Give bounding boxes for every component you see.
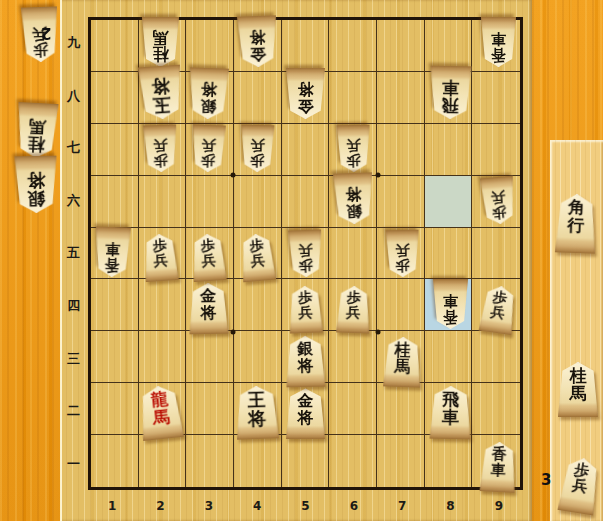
piece-face: 歩兵 — [385, 229, 419, 277]
square-4四[interactable] — [234, 279, 282, 331]
piece-gote-龍馬-2二[interactable]: 龍馬 — [138, 384, 184, 436]
piece-sente-歩兵-6七[interactable]: 歩兵 — [337, 128, 371, 172]
piece-face: 金将 — [189, 283, 229, 335]
piece-face: 香車 — [94, 226, 131, 277]
square-6九[interactable] — [329, 20, 377, 72]
square-4一[interactable] — [234, 435, 282, 487]
square-4八[interactable] — [234, 72, 282, 124]
square-8五[interactable] — [425, 228, 473, 280]
star-point — [376, 172, 381, 177]
piece-face: 香車 — [480, 441, 518, 493]
square-9二[interactable] — [472, 383, 520, 435]
piece-gote-歩兵-9四[interactable]: 歩兵 — [479, 284, 518, 331]
piece-face: 飛車 — [429, 386, 471, 440]
piece-sente-香車-9九[interactable]: 香車 — [481, 22, 516, 67]
square-4三[interactable] — [234, 331, 282, 383]
piece-gote-香車-9一[interactable]: 香車 — [480, 441, 517, 488]
square-1九[interactable] — [91, 20, 139, 72]
square-1二[interactable] — [91, 383, 139, 435]
square-6一[interactable] — [329, 435, 377, 487]
file-label-2: 2 — [136, 493, 184, 519]
piece-gote-銀将-5三[interactable]: 銀将 — [286, 336, 326, 383]
piece-face: 玉将 — [138, 65, 184, 121]
rank-label-五: 五 — [60, 227, 87, 280]
square-3九[interactable] — [186, 20, 234, 72]
piece-face: 歩兵 — [192, 124, 227, 172]
piece-face: 歩兵 — [240, 124, 274, 172]
square-3六[interactable] — [186, 176, 234, 228]
hand-gote-歩兵[interactable]: 歩兵 — [558, 455, 601, 510]
piece-gote-金将-5二[interactable]: 金将 — [286, 388, 325, 434]
piece-face: 金将 — [286, 388, 325, 439]
piece-gote-金将-3四[interactable]: 金将 — [189, 283, 229, 330]
rank-label-八: 八 — [60, 70, 87, 123]
piece-face: 桂馬 — [16, 102, 59, 159]
square-6二[interactable] — [329, 383, 377, 435]
square-7九[interactable] — [377, 20, 425, 72]
square-8九[interactable] — [425, 20, 473, 72]
square-1六[interactable] — [91, 176, 139, 228]
square-7四[interactable] — [377, 279, 425, 331]
piece-sente-玉将-2八[interactable]: 玉将 — [138, 70, 183, 121]
hand-count-sente-pawn: 2 — [41, 24, 51, 42]
piece-face: 歩兵 — [479, 284, 518, 335]
hand-gote-桂馬[interactable]: 桂馬 — [558, 362, 598, 412]
square-7七[interactable] — [377, 124, 425, 176]
piece-face: 歩兵 — [191, 233, 227, 282]
square-2一[interactable] — [139, 435, 187, 487]
piece-gote-歩兵-6四[interactable]: 歩兵 — [337, 286, 371, 330]
square-1四[interactable] — [91, 279, 139, 331]
square-7二[interactable] — [377, 383, 425, 435]
piece-sente-歩兵-4七[interactable]: 歩兵 — [240, 128, 274, 172]
square-7八[interactable] — [377, 72, 425, 124]
piece-face: 桂馬 — [142, 17, 179, 67]
piece-sente-金将-4九[interactable]: 金将 — [237, 20, 278, 67]
piece-sente-銀将-6六[interactable]: 銀将 — [334, 178, 375, 225]
square-9五[interactable] — [472, 228, 520, 280]
square-7一[interactable] — [377, 435, 425, 487]
piece-sente-歩兵-9六[interactable]: 歩兵 — [481, 180, 518, 226]
piece-face: 金将 — [237, 15, 278, 67]
piece-sente-香車-1五[interactable]: 香車 — [94, 231, 131, 277]
piece-gote-王将-4二[interactable]: 王将 — [235, 386, 279, 435]
square-2六[interactable] — [139, 176, 187, 228]
piece-face: 歩兵 — [336, 286, 371, 334]
piece-face: 飛車 — [430, 66, 472, 120]
piece-face: 王将 — [235, 386, 279, 440]
square-6五[interactable] — [329, 228, 377, 280]
piece-sente-香車-8四[interactable]: 香車 — [433, 284, 468, 329]
piece-sente-桂馬-2九[interactable]: 桂馬 — [142, 22, 179, 67]
square-1一[interactable] — [91, 435, 139, 487]
square-1七[interactable] — [91, 124, 139, 176]
square-6三[interactable] — [329, 331, 377, 383]
square-4六[interactable] — [234, 176, 282, 228]
square-1三[interactable] — [91, 331, 139, 383]
piece-gote-桂馬-7三[interactable]: 桂馬 — [383, 336, 422, 382]
piece-face: 歩兵 — [143, 233, 179, 282]
piece-sente-銀将-3八[interactable]: 銀将 — [189, 72, 230, 119]
piece-face: 香車 — [481, 17, 516, 67]
hand-sente-歩兵[interactable]: 歩兵 — [21, 11, 59, 62]
file-label-3: 3 — [185, 493, 233, 519]
piece-face: 歩兵 — [480, 176, 517, 226]
square-6八[interactable] — [329, 72, 377, 124]
rank-label-七: 七 — [60, 122, 87, 175]
piece-sente-金将-5八[interactable]: 金将 — [286, 73, 325, 119]
hand-sente-桂馬[interactable]: 桂馬 — [16, 107, 59, 159]
square-1八[interactable] — [91, 72, 139, 124]
file-label-5: 5 — [281, 493, 329, 519]
rank-label-三: 三 — [60, 332, 87, 385]
square-5一[interactable] — [282, 435, 330, 487]
square-3三[interactable] — [186, 331, 234, 383]
piece-sente-歩兵-3七[interactable]: 歩兵 — [192, 128, 226, 172]
piece-face: 歩兵 — [21, 6, 59, 62]
piece-gote-歩兵-2五[interactable]: 歩兵 — [143, 233, 179, 278]
file-label-1: 1 — [88, 493, 136, 519]
square-2四[interactable] — [139, 279, 187, 331]
piece-face: 歩兵 — [337, 124, 371, 172]
square-9七[interactable] — [472, 124, 520, 176]
piece-face: 銀将 — [333, 173, 374, 225]
piece-face: 歩兵 — [239, 232, 276, 282]
piece-sente-歩兵-5五[interactable]: 歩兵 — [288, 233, 322, 277]
square-5九[interactable] — [282, 20, 330, 72]
rank-label-二: 二 — [60, 385, 87, 438]
piece-gote-歩兵-4五[interactable]: 歩兵 — [239, 232, 276, 278]
file-label-7: 7 — [378, 493, 426, 519]
piece-face: 金将 — [286, 68, 325, 119]
hand-count-gote-pawn: 3 — [541, 471, 551, 489]
square-7六[interactable] — [377, 176, 425, 228]
piece-face: 歩兵 — [143, 124, 178, 172]
piece-sente-歩兵-7五[interactable]: 歩兵 — [385, 233, 419, 277]
rank-label-九: 九 — [60, 17, 87, 70]
shogi-app: 九八七六五四三二一123456789香車桂馬金将玉将銀将金将飛車歩兵歩兵歩兵歩兵… — [0, 0, 603, 521]
file-label-4: 4 — [233, 493, 281, 519]
star-point — [231, 330, 236, 335]
star-point — [231, 172, 236, 177]
rank-label-一: 一 — [60, 437, 87, 490]
file-label-9: 9 — [475, 493, 523, 519]
square-5六[interactable] — [282, 176, 330, 228]
hand-gote-角行[interactable]: 角行 — [555, 193, 597, 248]
piece-face: 香車 — [433, 279, 468, 329]
piece-sente-飛車-8八[interactable]: 飛車 — [430, 71, 472, 120]
square-9三[interactable] — [472, 331, 520, 383]
piece-gote-歩兵-3五[interactable]: 歩兵 — [191, 233, 227, 278]
file-label-6: 6 — [330, 493, 378, 519]
piece-gote-飛車-8二[interactable]: 飛車 — [430, 386, 472, 435]
promoted-piece-face: 龍馬 — [138, 384, 184, 441]
piece-face: 歩兵 — [288, 286, 323, 334]
piece-face: 銀将 — [189, 67, 230, 119]
square-3一[interactable] — [186, 435, 234, 487]
file-label-8: 8 — [426, 493, 474, 519]
piece-face: 角行 — [555, 193, 597, 253]
square-9八[interactable] — [472, 72, 520, 124]
piece-sente-歩兵-2七[interactable]: 歩兵 — [143, 128, 177, 172]
square-8三[interactable] — [425, 331, 473, 383]
square-8一[interactable] — [425, 435, 473, 487]
piece-gote-歩兵-5四[interactable]: 歩兵 — [288, 286, 322, 330]
rank-label-四: 四 — [60, 280, 87, 333]
star-point — [376, 330, 381, 335]
piece-face: 銀将 — [14, 156, 57, 214]
square-2三[interactable] — [139, 331, 187, 383]
piece-face: 歩兵 — [288, 229, 323, 277]
square-8七[interactable] — [425, 124, 473, 176]
rank-label-六: 六 — [60, 175, 87, 228]
square-5七[interactable] — [282, 124, 330, 176]
square-3二[interactable] — [186, 383, 234, 435]
piece-face: 桂馬 — [558, 362, 598, 417]
hand-sente-銀将[interactable]: 銀将 — [15, 161, 58, 214]
piece-face: 桂馬 — [383, 336, 422, 387]
piece-face: 銀将 — [286, 336, 326, 388]
square-8六[interactable] — [425, 176, 473, 228]
